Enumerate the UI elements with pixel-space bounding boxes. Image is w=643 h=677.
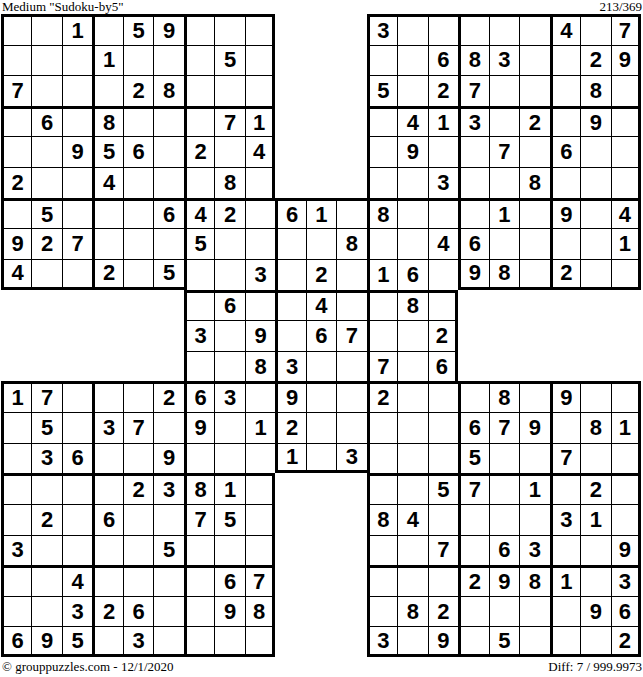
cell-r8c11[interactable] [306, 228, 336, 259]
cell-r6c6[interactable] [153, 167, 183, 198]
void-cell [92, 351, 122, 382]
cell-r8c9[interactable] [245, 228, 275, 259]
cell-r14c9: 1 [245, 412, 275, 443]
cell-r13c20[interactable] [580, 381, 610, 412]
cell-r20c16[interactable] [458, 596, 488, 627]
cell-r16c13[interactable] [367, 473, 397, 504]
cell-r15c6: 9 [153, 443, 183, 474]
cell-r5c2[interactable] [31, 136, 61, 167]
cell-r5c4: 5 [92, 136, 122, 167]
puzzle-counter: 213/369 [599, 0, 642, 15]
cell-r9c8[interactable] [214, 259, 244, 290]
cell-r3c21[interactable] [611, 75, 641, 106]
void-cell [489, 351, 519, 382]
cell-r20c8: 9 [214, 596, 244, 627]
cell-r6c18: 8 [519, 167, 549, 198]
cell-r10c13[interactable] [367, 290, 397, 321]
cell-r1c16[interactable] [458, 14, 488, 45]
cell-r21c17: 5 [489, 626, 519, 657]
cell-r11c10[interactable] [275, 320, 305, 351]
cell-r18c15: 7 [428, 535, 458, 566]
cell-r6c17[interactable] [489, 167, 519, 198]
cell-r6c7[interactable] [184, 167, 214, 198]
cell-r20c18[interactable] [519, 596, 549, 627]
cell-r3c3[interactable] [62, 75, 92, 106]
cell-r6c4: 4 [92, 167, 122, 198]
cell-r18c5[interactable] [123, 535, 153, 566]
cell-r6c8: 8 [214, 167, 244, 198]
cell-r14c12[interactable] [336, 412, 366, 443]
cell-r8c5[interactable] [123, 228, 153, 259]
cell-r4c7[interactable] [184, 106, 214, 137]
cell-r10c15[interactable] [428, 290, 458, 321]
cell-r5c21[interactable] [611, 136, 641, 167]
cell-r13c11[interactable] [306, 381, 336, 412]
void-cell [611, 320, 641, 351]
cell-r20c7[interactable] [184, 596, 214, 627]
cell-r1c2[interactable] [31, 14, 61, 45]
cell-r10c12[interactable] [336, 290, 366, 321]
cell-r9c10[interactable] [275, 259, 305, 290]
void-cell [306, 136, 336, 167]
cell-r16c5: 2 [123, 473, 153, 504]
cell-r3c14[interactable] [397, 75, 427, 106]
cell-r6c21[interactable] [611, 167, 641, 198]
cell-r1c7[interactable] [184, 14, 214, 45]
cell-r5c20[interactable] [580, 136, 610, 167]
cell-r5c15[interactable] [428, 136, 458, 167]
cell-r12c11[interactable] [306, 351, 336, 382]
cell-r8c16: 6 [458, 228, 488, 259]
cell-r18c16[interactable] [458, 535, 488, 566]
cell-r4c17[interactable] [489, 106, 519, 137]
cell-r15c18[interactable] [519, 443, 549, 474]
cell-r18c20[interactable] [580, 535, 610, 566]
cell-r8c6[interactable] [153, 228, 183, 259]
cell-r14c8[interactable] [214, 412, 244, 443]
cell-r18c9[interactable] [245, 535, 275, 566]
cell-r10c9[interactable] [245, 290, 275, 321]
cell-r21c1: 6 [1, 626, 31, 657]
cell-r6c9[interactable] [245, 167, 275, 198]
cell-r21c18[interactable] [519, 626, 549, 657]
cell-r13c15[interactable] [428, 381, 458, 412]
cell-r14c13[interactable] [367, 412, 397, 443]
difficulty-label: Diff: 7 / 999.9973 [548, 659, 642, 675]
cell-r5c19: 6 [550, 136, 580, 167]
cell-r17c18[interactable] [519, 504, 549, 535]
void-cell [92, 320, 122, 351]
cell-r7c16[interactable] [458, 198, 488, 229]
cell-r15c5[interactable] [123, 443, 153, 474]
cell-r2c1[interactable] [1, 45, 31, 76]
cell-r10c7[interactable] [184, 290, 214, 321]
cell-r8c10[interactable] [275, 228, 305, 259]
cell-r1c4[interactable] [92, 14, 122, 45]
void-cell [123, 351, 153, 382]
cell-r15c7[interactable] [184, 443, 214, 474]
cell-r4c5[interactable] [123, 106, 153, 137]
cell-r15c9[interactable] [245, 443, 275, 474]
void-cell [336, 45, 366, 76]
cell-r14c5: 7 [123, 412, 153, 443]
cell-r7c19: 9 [550, 198, 580, 229]
cell-r17c1[interactable] [1, 504, 31, 535]
cell-r4c2: 6 [31, 106, 61, 137]
void-cell [153, 290, 183, 321]
cell-r3c18[interactable] [519, 75, 549, 106]
cell-r6c20[interactable] [580, 167, 610, 198]
cell-r16c17[interactable] [489, 473, 519, 504]
cell-r17c20: 1 [580, 504, 610, 535]
cell-r19c6[interactable] [153, 565, 183, 596]
cell-r4c15: 1 [428, 106, 458, 137]
cell-r4c1[interactable] [1, 106, 31, 137]
cell-r17c2: 2 [31, 504, 61, 535]
cell-r21c8[interactable] [214, 626, 244, 657]
cell-r16c14[interactable] [397, 473, 427, 504]
cell-r2c9[interactable] [245, 45, 275, 76]
cell-r8c13[interactable] [367, 228, 397, 259]
cell-r12c7[interactable] [184, 351, 214, 382]
cell-r5c6[interactable] [153, 136, 183, 167]
cell-r8c20[interactable] [580, 228, 610, 259]
cell-r1c8[interactable] [214, 14, 244, 45]
cell-r21c16[interactable] [458, 626, 488, 657]
cell-r13c21[interactable] [611, 381, 641, 412]
cell-r11c8[interactable] [214, 320, 244, 351]
cell-r8c2: 2 [31, 228, 61, 259]
cell-r18c1: 3 [1, 535, 31, 566]
cell-r18c3[interactable] [62, 535, 92, 566]
cell-r8c14[interactable] [397, 228, 427, 259]
cell-r16c3[interactable] [62, 473, 92, 504]
cell-r20c20: 9 [580, 596, 610, 627]
cell-r14c21: 1 [611, 412, 641, 443]
cell-r15c4[interactable] [92, 443, 122, 474]
cell-r21c14[interactable] [397, 626, 427, 657]
void-cell [31, 351, 61, 382]
cell-r1c14[interactable] [397, 14, 427, 45]
cell-r16c9[interactable] [245, 473, 275, 504]
cell-r17c6[interactable] [153, 504, 183, 535]
cell-r1c17[interactable] [489, 14, 519, 45]
cell-r18c7[interactable] [184, 535, 214, 566]
cell-r3c7[interactable] [184, 75, 214, 106]
cell-r20c17[interactable] [489, 596, 519, 627]
cell-r13c14[interactable] [397, 381, 427, 412]
cell-r17c16[interactable] [458, 504, 488, 535]
cell-r3c9[interactable] [245, 75, 275, 106]
cell-r9c15[interactable] [428, 259, 458, 290]
cell-r1c9[interactable] [245, 14, 275, 45]
cell-r4c19[interactable] [550, 106, 580, 137]
cell-r6c5[interactable] [123, 167, 153, 198]
cell-r9c12[interactable] [336, 259, 366, 290]
cell-r14c3[interactable] [62, 412, 92, 443]
cell-r21c7[interactable] [184, 626, 214, 657]
void-cell [1, 351, 31, 382]
cell-r7c1[interactable] [1, 198, 31, 229]
cell-r17c17[interactable] [489, 504, 519, 535]
cell-r2c19[interactable] [550, 45, 580, 76]
void-cell [489, 290, 519, 321]
cell-r15c17[interactable] [489, 443, 519, 474]
cell-r1c5: 5 [123, 14, 153, 45]
cell-r3c4[interactable] [92, 75, 122, 106]
cell-r15c1[interactable] [1, 443, 31, 474]
cell-r14c7: 9 [184, 412, 214, 443]
cell-r7c4[interactable] [92, 198, 122, 229]
cell-r21c19[interactable] [550, 626, 580, 657]
cell-r9c5[interactable] [123, 259, 153, 290]
cell-r5c16[interactable] [458, 136, 488, 167]
cell-r17c21[interactable] [611, 504, 641, 535]
cell-r18c14[interactable] [397, 535, 427, 566]
cell-r14c15[interactable] [428, 412, 458, 443]
cell-r15c13[interactable] [367, 443, 397, 474]
cell-r4c4: 8 [92, 106, 122, 137]
cell-r6c13[interactable] [367, 167, 397, 198]
cell-r6c19[interactable] [550, 167, 580, 198]
cell-r15c20[interactable] [580, 443, 610, 474]
cell-r8c19[interactable] [550, 228, 580, 259]
cell-r21c15: 9 [428, 626, 458, 657]
cell-r5c13[interactable] [367, 136, 397, 167]
cell-r19c1[interactable] [1, 565, 31, 596]
cell-r7c5[interactable] [123, 198, 153, 229]
cell-r12c8[interactable] [214, 351, 244, 382]
cell-r4c14: 4 [397, 106, 427, 137]
cell-r1c15[interactable] [428, 14, 458, 45]
cell-r19c13[interactable] [367, 565, 397, 596]
void-cell [275, 596, 305, 627]
cell-r11c13[interactable] [367, 320, 397, 351]
cell-r18c4[interactable] [92, 535, 122, 566]
cell-r2c3[interactable] [62, 45, 92, 76]
cell-r1c18[interactable] [519, 14, 549, 45]
cell-r5c8[interactable] [214, 136, 244, 167]
cell-r9c21[interactable] [611, 259, 641, 290]
cell-r19c15[interactable] [428, 565, 458, 596]
cell-r18c8[interactable] [214, 535, 244, 566]
cell-r16c8: 1 [214, 473, 244, 504]
cell-r3c16: 7 [458, 75, 488, 106]
cell-r19c18: 8 [519, 565, 549, 596]
cell-r8c18[interactable] [519, 228, 549, 259]
cell-r14c6[interactable] [153, 412, 183, 443]
cell-r7c15[interactable] [428, 198, 458, 229]
cell-r17c14: 4 [397, 504, 427, 535]
cell-r9c20[interactable] [580, 259, 610, 290]
cell-r15c15[interactable] [428, 443, 458, 474]
cell-r1c21: 7 [611, 14, 641, 45]
void-cell [336, 565, 366, 596]
cell-r19c19: 1 [550, 565, 580, 596]
cell-r9c2[interactable] [31, 259, 61, 290]
cell-r16c2[interactable] [31, 473, 61, 504]
cell-r19c8: 6 [214, 565, 244, 596]
cell-r17c5[interactable] [123, 504, 153, 535]
cell-r19c7[interactable] [184, 565, 214, 596]
cell-r14c1[interactable] [1, 412, 31, 443]
void-cell [275, 75, 305, 106]
cell-r15c21[interactable] [611, 443, 641, 474]
cell-r13c18[interactable] [519, 381, 549, 412]
cell-r4c16: 3 [458, 106, 488, 137]
cell-r12c14[interactable] [397, 351, 427, 382]
cell-r7c18[interactable] [519, 198, 549, 229]
cell-r13c9[interactable] [245, 381, 275, 412]
cell-r1c13: 3 [367, 14, 397, 45]
cell-r19c4[interactable] [92, 565, 122, 596]
cell-r2c20: 2 [580, 45, 610, 76]
cell-r6c16[interactable] [458, 167, 488, 198]
cell-r15c14[interactable] [397, 443, 427, 474]
cell-r20c13[interactable] [367, 596, 397, 627]
cell-r10c10[interactable] [275, 290, 305, 321]
cell-r7c9[interactable] [245, 198, 275, 229]
cell-r5c1[interactable] [1, 136, 31, 167]
cell-r20c1[interactable] [1, 596, 31, 627]
cell-r7c20[interactable] [580, 198, 610, 229]
cell-r6c2[interactable] [31, 167, 61, 198]
void-cell [306, 596, 336, 627]
cell-r13c5[interactable] [123, 381, 153, 412]
cell-r13c16[interactable] [458, 381, 488, 412]
void-cell [336, 14, 366, 45]
cell-r17c9[interactable] [245, 504, 275, 535]
cell-r3c2[interactable] [31, 75, 61, 106]
cell-r14c14[interactable] [397, 412, 427, 443]
cell-r9c18[interactable] [519, 259, 549, 290]
cell-r21c5: 3 [123, 626, 153, 657]
cell-r12c13: 7 [367, 351, 397, 382]
cell-r9c3[interactable] [62, 259, 92, 290]
cell-r19c2[interactable] [31, 565, 61, 596]
void-cell [306, 473, 336, 504]
void-cell [62, 290, 92, 321]
void-cell [92, 290, 122, 321]
cell-r2c2[interactable] [31, 45, 61, 76]
cell-r18c19[interactable] [550, 535, 580, 566]
cell-r8c8[interactable] [214, 228, 244, 259]
cell-r16c20: 2 [580, 473, 610, 504]
void-cell [580, 351, 610, 382]
cell-r4c6[interactable] [153, 106, 183, 137]
cell-r14c19[interactable] [550, 412, 580, 443]
cell-r3c8[interactable] [214, 75, 244, 106]
cell-r8c4[interactable] [92, 228, 122, 259]
cell-r9c6: 5 [153, 259, 183, 290]
cell-r18c2[interactable] [31, 535, 61, 566]
cell-r20c6[interactable] [153, 596, 183, 627]
cell-r2c8: 5 [214, 45, 244, 76]
cell-r19c20[interactable] [580, 565, 610, 596]
cell-r6c14[interactable] [397, 167, 427, 198]
cell-r7c8: 2 [214, 198, 244, 229]
cell-r3c19[interactable] [550, 75, 580, 106]
cell-r4c13[interactable] [367, 106, 397, 137]
void-cell [275, 136, 305, 167]
cell-r21c6[interactable] [153, 626, 183, 657]
cell-r1c1[interactable] [1, 14, 31, 45]
cell-r4c8: 7 [214, 106, 244, 137]
void-cell [336, 167, 366, 198]
cell-r11c14[interactable] [397, 320, 427, 351]
cell-r8c1: 9 [1, 228, 31, 259]
cell-r15c16: 5 [458, 443, 488, 474]
cell-r2c18[interactable] [519, 45, 549, 76]
cell-r15c11[interactable] [306, 443, 336, 474]
cell-r4c3[interactable] [62, 106, 92, 137]
cell-r8c17[interactable] [489, 228, 519, 259]
cell-r7c3[interactable] [62, 198, 92, 229]
cell-r12c12[interactable] [336, 351, 366, 382]
void-cell [611, 351, 641, 382]
cell-r13c4[interactable] [92, 381, 122, 412]
cell-r10c14: 8 [397, 290, 427, 321]
cell-r19c5[interactable] [123, 565, 153, 596]
cell-r19c14[interactable] [397, 565, 427, 596]
cell-r17c15[interactable] [428, 504, 458, 535]
cell-r21c9[interactable] [245, 626, 275, 657]
cell-r6c3[interactable] [62, 167, 92, 198]
cell-r20c2[interactable] [31, 596, 61, 627]
cell-r13c3[interactable] [62, 381, 92, 412]
cell-r18c17: 6 [489, 535, 519, 566]
cell-r2c5[interactable] [123, 45, 153, 76]
cell-r8c12: 8 [336, 228, 366, 259]
cell-r2c14[interactable] [397, 45, 427, 76]
cell-r2c7[interactable] [184, 45, 214, 76]
cell-r17c3[interactable] [62, 504, 92, 535]
cell-r9c7[interactable] [184, 259, 214, 290]
cell-r7c14[interactable] [397, 198, 427, 229]
cell-r16c19[interactable] [550, 473, 580, 504]
cell-r1c20[interactable] [580, 14, 610, 45]
cell-r5c7: 2 [184, 136, 214, 167]
cell-r16c21[interactable] [611, 473, 641, 504]
cell-r11c15: 2 [428, 320, 458, 351]
cell-r2c13[interactable] [367, 45, 397, 76]
cell-r16c4[interactable] [92, 473, 122, 504]
page-title: Medium "Sudoku-by5" [2, 0, 123, 15]
cell-r3c17[interactable] [489, 75, 519, 106]
cell-r18c13[interactable] [367, 535, 397, 566]
cell-r7c12[interactable] [336, 198, 366, 229]
cell-r16c1[interactable] [1, 473, 31, 504]
cell-r20c4: 2 [92, 596, 122, 627]
cell-r4c21[interactable] [611, 106, 641, 137]
cell-r14c11[interactable] [306, 412, 336, 443]
cell-r13c12[interactable] [336, 381, 366, 412]
cell-r9c16: 9 [458, 259, 488, 290]
cell-r15c8[interactable] [214, 443, 244, 474]
cell-r21c13: 3 [367, 626, 397, 657]
cell-r5c18[interactable] [519, 136, 549, 167]
cell-r7c7: 4 [184, 198, 214, 229]
cell-r2c6[interactable] [153, 45, 183, 76]
void-cell [31, 320, 61, 351]
cell-r21c4[interactable] [92, 626, 122, 657]
cell-r13c1: 1 [1, 381, 31, 412]
cell-r20c19[interactable] [550, 596, 580, 627]
cell-r11c7: 3 [184, 320, 214, 351]
cell-r10c8: 6 [214, 290, 244, 321]
cell-r21c20[interactable] [580, 626, 610, 657]
cell-r3c6: 8 [153, 75, 183, 106]
